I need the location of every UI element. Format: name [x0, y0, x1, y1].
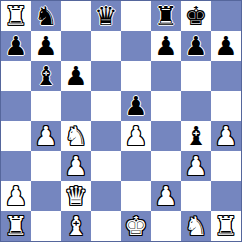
square-g8[interactable]: ♚ [181, 1, 211, 31]
square-a1[interactable]: ♜ [1, 211, 31, 241]
square-h6[interactable] [211, 61, 241, 91]
piece-black-knight[interactable]: ♞ [34, 3, 57, 29]
square-d3[interactable] [91, 151, 121, 181]
piece-black-pawn[interactable]: ♟ [4, 33, 27, 59]
piece-black-king[interactable]: ♚ [184, 3, 207, 29]
square-d2[interactable] [91, 181, 121, 211]
square-f4[interactable] [151, 121, 181, 151]
square-c1[interactable]: ♝ [61, 211, 91, 241]
piece-white-pawn[interactable]: ♟ [154, 183, 177, 209]
square-h8[interactable] [211, 1, 241, 31]
square-g6[interactable] [181, 61, 211, 91]
square-a8[interactable]: ♜ [1, 1, 31, 31]
square-c6[interactable]: ♟ [61, 61, 91, 91]
square-e8[interactable] [121, 1, 151, 31]
piece-black-pawn[interactable]: ♟ [124, 93, 147, 119]
square-a3[interactable] [1, 151, 31, 181]
square-f2[interactable]: ♟ [151, 181, 181, 211]
piece-white-knight[interactable]: ♞ [184, 213, 207, 239]
piece-black-bishop[interactable]: ♝ [184, 123, 207, 149]
square-d7[interactable] [91, 31, 121, 61]
square-h5[interactable] [211, 91, 241, 121]
square-f1[interactable] [151, 211, 181, 241]
square-h4[interactable]: ♟ [211, 121, 241, 151]
square-c8[interactable] [61, 1, 91, 31]
chess-board: ♜♞♛♜♚♟♟♟♟♟♝♟♟♟♞♟♝♟♟♟♟♛♟♜♝♚♞♜ [0, 0, 242, 242]
square-c3[interactable]: ♟ [61, 151, 91, 181]
square-d8[interactable]: ♛ [91, 1, 121, 31]
square-c4[interactable]: ♞ [61, 121, 91, 151]
square-h3[interactable] [211, 151, 241, 181]
square-a2[interactable]: ♟ [1, 181, 31, 211]
square-e6[interactable] [121, 61, 151, 91]
piece-black-bishop[interactable]: ♝ [34, 63, 57, 89]
square-b5[interactable] [31, 91, 61, 121]
piece-white-pawn[interactable]: ♟ [214, 123, 237, 149]
square-f7[interactable]: ♟ [151, 31, 181, 61]
square-g5[interactable] [181, 91, 211, 121]
square-b6[interactable]: ♝ [31, 61, 61, 91]
square-e1[interactable]: ♚ [121, 211, 151, 241]
piece-black-queen[interactable]: ♛ [94, 3, 117, 29]
square-h1[interactable]: ♜ [211, 211, 241, 241]
piece-white-pawn[interactable]: ♟ [184, 153, 207, 179]
piece-white-knight[interactable]: ♞ [64, 123, 87, 149]
square-g7[interactable]: ♟ [181, 31, 211, 61]
piece-white-pawn[interactable]: ♟ [64, 153, 87, 179]
square-e7[interactable] [121, 31, 151, 61]
piece-white-rook[interactable]: ♜ [4, 213, 27, 239]
piece-black-rook[interactable]: ♜ [154, 3, 177, 29]
square-a5[interactable] [1, 91, 31, 121]
square-b7[interactable]: ♟ [31, 31, 61, 61]
square-b1[interactable] [31, 211, 61, 241]
piece-white-pawn[interactable]: ♟ [4, 183, 27, 209]
piece-white-pawn[interactable]: ♟ [34, 123, 57, 149]
piece-black-pawn[interactable]: ♟ [64, 63, 87, 89]
square-g3[interactable]: ♟ [181, 151, 211, 181]
piece-black-pawn[interactable]: ♟ [154, 33, 177, 59]
piece-white-rook[interactable]: ♜ [4, 3, 27, 29]
piece-white-bishop[interactable]: ♝ [64, 213, 87, 239]
piece-black-pawn[interactable]: ♟ [34, 33, 57, 59]
square-b8[interactable]: ♞ [31, 1, 61, 31]
square-f8[interactable]: ♜ [151, 1, 181, 31]
square-a4[interactable] [1, 121, 31, 151]
square-c2[interactable]: ♛ [61, 181, 91, 211]
square-b3[interactable] [31, 151, 61, 181]
square-c7[interactable] [61, 31, 91, 61]
piece-white-rook[interactable]: ♜ [214, 213, 237, 239]
square-f6[interactable] [151, 61, 181, 91]
piece-black-pawn[interactable]: ♟ [214, 33, 237, 59]
square-d5[interactable] [91, 91, 121, 121]
square-h2[interactable] [211, 181, 241, 211]
square-d1[interactable] [91, 211, 121, 241]
piece-black-pawn[interactable]: ♟ [184, 33, 207, 59]
piece-white-pawn[interactable]: ♟ [124, 123, 147, 149]
square-h7[interactable]: ♟ [211, 31, 241, 61]
square-d6[interactable] [91, 61, 121, 91]
square-f3[interactable] [151, 151, 181, 181]
square-g1[interactable]: ♞ [181, 211, 211, 241]
square-g4[interactable]: ♝ [181, 121, 211, 151]
square-b2[interactable] [31, 181, 61, 211]
square-f5[interactable] [151, 91, 181, 121]
square-e2[interactable] [121, 181, 151, 211]
square-g2[interactable] [181, 181, 211, 211]
square-e3[interactable] [121, 151, 151, 181]
square-b4[interactable]: ♟ [31, 121, 61, 151]
square-e4[interactable]: ♟ [121, 121, 151, 151]
square-e5[interactable]: ♟ [121, 91, 151, 121]
square-a6[interactable] [1, 61, 31, 91]
piece-white-queen[interactable]: ♛ [64, 183, 87, 209]
square-d4[interactable] [91, 121, 121, 151]
square-c5[interactable] [61, 91, 91, 121]
piece-white-king[interactable]: ♚ [124, 213, 147, 239]
square-a7[interactable]: ♟ [1, 31, 31, 61]
